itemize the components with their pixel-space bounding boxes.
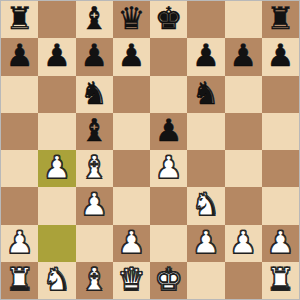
piece-black-rook: ♜ — [6, 3, 34, 34]
piece-white-knight: ♞ — [43, 264, 71, 295]
square-f2[interactable]: ♟ — [187, 225, 224, 262]
square-a4[interactable] — [1, 150, 38, 187]
square-f5[interactable] — [187, 113, 224, 150]
piece-white-rook: ♜ — [266, 264, 294, 295]
square-f1[interactable] — [187, 262, 224, 299]
square-e7[interactable] — [150, 38, 187, 75]
square-c4[interactable]: ♝ — [76, 150, 113, 187]
square-f7[interactable]: ♟ — [187, 38, 224, 75]
square-b5[interactable] — [38, 113, 75, 150]
square-g1[interactable] — [225, 262, 262, 299]
square-b6[interactable] — [38, 76, 75, 113]
square-c2[interactable] — [76, 225, 113, 262]
piece-black-pawn: ♟ — [155, 115, 183, 146]
square-h5[interactable] — [262, 113, 299, 150]
square-a1[interactable]: ♜ — [1, 262, 38, 299]
chess-board: ♜♝♛♚♜♟♟♟♟♟♟♟♞♞♝♟♟♝♟♟♞♟♟♟♟♟♜♞♝♛♚♜ — [0, 0, 300, 300]
square-h3[interactable] — [262, 187, 299, 224]
square-e5[interactable]: ♟ — [150, 113, 187, 150]
piece-black-king: ♚ — [155, 3, 183, 34]
piece-black-bishop: ♝ — [80, 3, 108, 34]
square-h7[interactable]: ♟ — [262, 38, 299, 75]
square-e1[interactable]: ♚ — [150, 262, 187, 299]
piece-white-pawn: ♟ — [155, 152, 183, 183]
square-g3[interactable] — [225, 187, 262, 224]
square-g5[interactable] — [225, 113, 262, 150]
square-c1[interactable]: ♝ — [76, 262, 113, 299]
square-e4[interactable]: ♟ — [150, 150, 187, 187]
piece-black-bishop: ♝ — [80, 115, 108, 146]
piece-black-pawn: ♟ — [266, 40, 294, 71]
piece-black-knight: ♞ — [192, 78, 220, 109]
piece-black-pawn: ♟ — [192, 40, 220, 71]
square-d7[interactable]: ♟ — [113, 38, 150, 75]
square-h2[interactable]: ♟ — [262, 225, 299, 262]
square-c3[interactable]: ♟ — [76, 187, 113, 224]
square-d5[interactable] — [113, 113, 150, 150]
piece-white-knight: ♞ — [192, 189, 220, 220]
square-c8[interactable]: ♝ — [76, 1, 113, 38]
square-d4[interactable] — [113, 150, 150, 187]
square-d6[interactable] — [113, 76, 150, 113]
square-b1[interactable]: ♞ — [38, 262, 75, 299]
square-h4[interactable] — [262, 150, 299, 187]
piece-white-pawn: ♟ — [6, 227, 34, 258]
piece-white-pawn: ♟ — [192, 227, 220, 258]
square-e3[interactable] — [150, 187, 187, 224]
square-g2[interactable]: ♟ — [225, 225, 262, 262]
square-g8[interactable] — [225, 1, 262, 38]
square-f6[interactable]: ♞ — [187, 76, 224, 113]
square-b2[interactable] — [38, 225, 75, 262]
square-f4[interactable] — [187, 150, 224, 187]
piece-white-pawn: ♟ — [43, 152, 71, 183]
square-a2[interactable]: ♟ — [1, 225, 38, 262]
square-a5[interactable] — [1, 113, 38, 150]
square-b7[interactable]: ♟ — [38, 38, 75, 75]
piece-black-queen: ♛ — [117, 3, 145, 34]
square-a3[interactable] — [1, 187, 38, 224]
square-a7[interactable]: ♟ — [1, 38, 38, 75]
piece-black-pawn: ♟ — [80, 40, 108, 71]
square-h1[interactable]: ♜ — [262, 262, 299, 299]
square-d3[interactable] — [113, 187, 150, 224]
piece-black-knight: ♞ — [80, 78, 108, 109]
piece-white-bishop: ♝ — [80, 152, 108, 183]
square-g7[interactable]: ♟ — [225, 38, 262, 75]
piece-black-pawn: ♟ — [229, 40, 257, 71]
piece-white-queen: ♛ — [117, 264, 145, 295]
piece-white-bishop: ♝ — [80, 264, 108, 295]
square-g6[interactable] — [225, 76, 262, 113]
square-e8[interactable]: ♚ — [150, 1, 187, 38]
square-d1[interactable]: ♛ — [113, 262, 150, 299]
square-c6[interactable]: ♞ — [76, 76, 113, 113]
chess-board-container: ♜♝♛♚♜♟♟♟♟♟♟♟♞♞♝♟♟♝♟♟♞♟♟♟♟♟♜♞♝♛♚♜ — [0, 0, 300, 300]
square-b3[interactable] — [38, 187, 75, 224]
square-c5[interactable]: ♝ — [76, 113, 113, 150]
square-g4[interactable] — [225, 150, 262, 187]
square-d2[interactable]: ♟ — [113, 225, 150, 262]
square-e2[interactable] — [150, 225, 187, 262]
piece-white-rook: ♜ — [6, 264, 34, 295]
square-b4[interactable]: ♟ — [38, 150, 75, 187]
square-d8[interactable]: ♛ — [113, 1, 150, 38]
piece-white-pawn: ♟ — [80, 189, 108, 220]
square-h6[interactable] — [262, 76, 299, 113]
square-f8[interactable] — [187, 1, 224, 38]
square-a8[interactable]: ♜ — [1, 1, 38, 38]
square-c7[interactable]: ♟ — [76, 38, 113, 75]
piece-black-pawn: ♟ — [6, 40, 34, 71]
square-e6[interactable] — [150, 76, 187, 113]
piece-white-pawn: ♟ — [117, 227, 145, 258]
square-f3[interactable]: ♞ — [187, 187, 224, 224]
piece-white-king: ♚ — [155, 264, 183, 295]
piece-white-pawn: ♟ — [266, 227, 294, 258]
piece-white-pawn: ♟ — [229, 227, 257, 258]
piece-black-pawn: ♟ — [117, 40, 145, 71]
piece-black-rook: ♜ — [266, 3, 294, 34]
square-a6[interactable] — [1, 76, 38, 113]
piece-black-pawn: ♟ — [43, 40, 71, 71]
square-h8[interactable]: ♜ — [262, 1, 299, 38]
square-b8[interactable] — [38, 1, 75, 38]
